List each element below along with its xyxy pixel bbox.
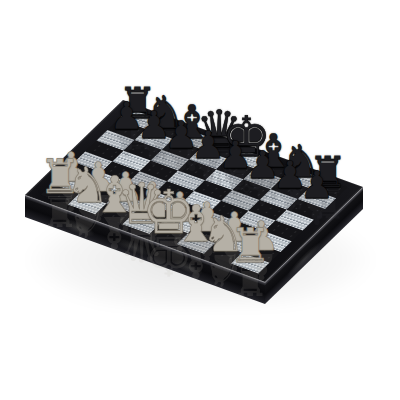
product-photo-scene: ♜♜♞♞♟♟♝♝♟♟♛♛♟♟♚♚♟♟♝♝♟♟♞♞♟♟♟♟♜♜♟♟♟♟♜♜♟♟♟♟… xyxy=(0,0,400,400)
